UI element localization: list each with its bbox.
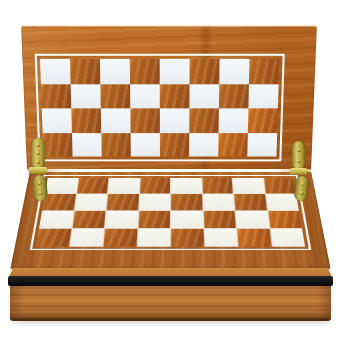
lid-wood-surface: [21, 26, 317, 171]
dark-square[interactable]: [202, 178, 233, 194]
light-square[interactable]: [72, 133, 102, 157]
light-square[interactable]: [248, 84, 278, 109]
right-hinge-knuckle: [290, 168, 307, 175]
chess-box-photo: [0, 0, 342, 342]
dark-square[interactable]: [203, 211, 236, 228]
light-square[interactable]: [137, 229, 170, 247]
left-hinge-lower: [32, 175, 48, 202]
base-board-frame: [30, 175, 312, 250]
light-square[interactable]: [203, 194, 235, 210]
hinge-rivet: [297, 148, 301, 152]
light-square[interactable]: [101, 108, 131, 132]
light-square[interactable]: [219, 59, 249, 84]
box-base-front: [10, 286, 331, 321]
dark-square[interactable]: [77, 178, 109, 194]
dark-square[interactable]: [249, 59, 279, 84]
light-square[interactable]: [139, 194, 170, 210]
light-square[interactable]: [247, 133, 277, 157]
light-square[interactable]: [233, 178, 265, 194]
light-square[interactable]: [40, 59, 71, 84]
light-square[interactable]: [160, 108, 190, 132]
fold-line: [25, 169, 315, 172]
dark-square[interactable]: [190, 59, 220, 84]
light-square[interactable]: [70, 229, 104, 247]
lid-half-board: [21, 26, 317, 171]
right-hinge-icon: [292, 141, 305, 170]
base-half-board: [10, 171, 330, 269]
dark-square[interactable]: [43, 133, 73, 157]
dark-square[interactable]: [70, 59, 100, 84]
lid-board-frame: [35, 54, 285, 162]
light-square[interactable]: [74, 194, 107, 210]
dark-square[interactable]: [268, 211, 302, 228]
light-square[interactable]: [39, 211, 73, 228]
lid-board-grid: [40, 59, 279, 157]
dark-square[interactable]: [103, 229, 136, 247]
light-square[interactable]: [130, 84, 160, 109]
dark-square[interactable]: [101, 133, 131, 157]
box-seam: [8, 276, 333, 286]
light-square[interactable]: [189, 84, 219, 109]
light-square[interactable]: [108, 178, 139, 194]
light-square[interactable]: [71, 84, 101, 109]
light-square[interactable]: [204, 229, 237, 247]
hinge-rivet: [38, 191, 42, 195]
hinge-rivet: [300, 182, 304, 186]
dark-square[interactable]: [72, 211, 105, 228]
light-square[interactable]: [105, 211, 138, 228]
light-square[interactable]: [219, 108, 249, 132]
dark-square[interactable]: [107, 194, 139, 210]
light-square[interactable]: [160, 59, 190, 84]
hinge-rivet: [36, 151, 40, 155]
base-board-grid: [36, 178, 305, 247]
dark-square[interactable]: [42, 194, 75, 210]
light-square[interactable]: [45, 178, 77, 194]
dark-square[interactable]: [219, 84, 249, 109]
light-square[interactable]: [189, 133, 218, 157]
light-square[interactable]: [171, 211, 203, 228]
dark-square[interactable]: [100, 84, 130, 109]
dark-square[interactable]: [263, 178, 295, 194]
dark-square[interactable]: [237, 229, 271, 247]
dark-square[interactable]: [138, 211, 170, 228]
light-square[interactable]: [131, 133, 160, 157]
dark-square[interactable]: [160, 84, 190, 109]
dark-square[interactable]: [160, 133, 189, 157]
dark-square[interactable]: [234, 194, 267, 210]
dark-square[interactable]: [71, 108, 101, 132]
light-square[interactable]: [236, 211, 269, 228]
dark-square[interactable]: [36, 229, 71, 247]
dark-square[interactable]: [189, 108, 219, 132]
hinge-rivet: [36, 160, 40, 164]
light-square[interactable]: [42, 108, 72, 132]
base-wood-surface: [10, 171, 330, 269]
dark-square[interactable]: [218, 133, 248, 157]
hinge-rivet: [36, 143, 40, 147]
hinge-rivet: [299, 191, 303, 195]
light-square[interactable]: [171, 178, 201, 194]
light-square[interactable]: [100, 59, 130, 84]
hinge-rivet: [38, 181, 42, 185]
dark-square[interactable]: [130, 108, 160, 132]
left-hinge-icon: [31, 138, 45, 169]
hinge-rivet: [297, 159, 301, 163]
dark-square[interactable]: [41, 84, 71, 109]
dark-square[interactable]: [171, 229, 204, 247]
dark-square[interactable]: [248, 108, 278, 132]
dark-square[interactable]: [130, 59, 160, 84]
light-square[interactable]: [270, 229, 305, 247]
dark-square[interactable]: [140, 178, 170, 194]
dark-square[interactable]: [171, 194, 202, 210]
left-hinge-knuckle: [29, 167, 47, 174]
